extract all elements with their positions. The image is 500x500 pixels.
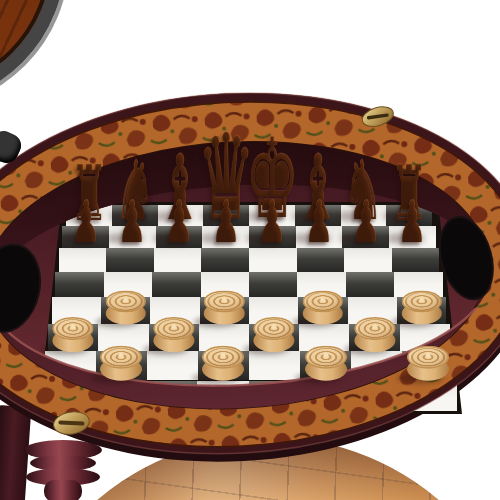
checker-top-rings [153,317,194,340]
globe-chess-table-photo: ♜♞♝♛♚♝♞♜♟♟♟♟♟♟♟♟ [0,0,500,500]
checker-piece-g3[interactable] [354,317,395,352]
checker-piece-h2[interactable] [407,345,449,381]
checker-piece-a3[interactable] [53,317,94,352]
checker-piece-h4[interactable] [401,290,441,324]
chess-piece-pawn-g7[interactable]: ♟ [340,199,392,244]
checker-piece-e3[interactable] [254,317,295,352]
checker-piece-d4[interactable] [204,290,244,324]
pawn-glyph: ♟ [305,199,334,244]
checker-piece-f2[interactable] [305,345,347,381]
pawn-glyph: ♟ [398,199,427,244]
pawn-glyph: ♟ [258,199,287,244]
chess-piece-pawn-f7[interactable]: ♟ [293,199,345,244]
chess-piece-pawn-e7[interactable]: ♟ [246,199,298,244]
checker-piece-f4[interactable] [303,290,343,324]
chess-piece-pawn-d7[interactable]: ♟ [200,199,252,244]
checker-piece-c3[interactable] [153,317,194,352]
checker-top-rings [407,345,449,368]
checker-top-rings [254,317,295,340]
chess-piece-pawn-c7[interactable]: ♟ [153,199,205,244]
pawn-glyph: ♟ [351,199,380,244]
pawn-glyph: ♟ [211,199,240,244]
checker-top-rings [354,317,395,340]
chess-piece-pawn-h7[interactable]: ♟ [386,199,438,244]
checker-top-rings [305,345,347,368]
checker-piece-d2[interactable] [202,345,244,381]
checker-piece-b2[interactable] [100,345,142,381]
pawn-glyph: ♟ [71,199,100,244]
pawn-glyph: ♟ [165,199,194,244]
pieces-layer: ♜♞♝♛♚♝♞♜♟♟♟♟♟♟♟♟ [0,0,500,500]
chess-piece-pawn-a7[interactable]: ♟ [60,199,112,244]
checker-top-rings [53,317,94,340]
checker-piece-b4[interactable] [105,290,145,324]
checker-top-rings [202,345,244,368]
pawn-glyph: ♟ [118,199,147,244]
checker-top-rings [100,345,142,368]
chess-piece-pawn-b7[interactable]: ♟ [106,199,158,244]
